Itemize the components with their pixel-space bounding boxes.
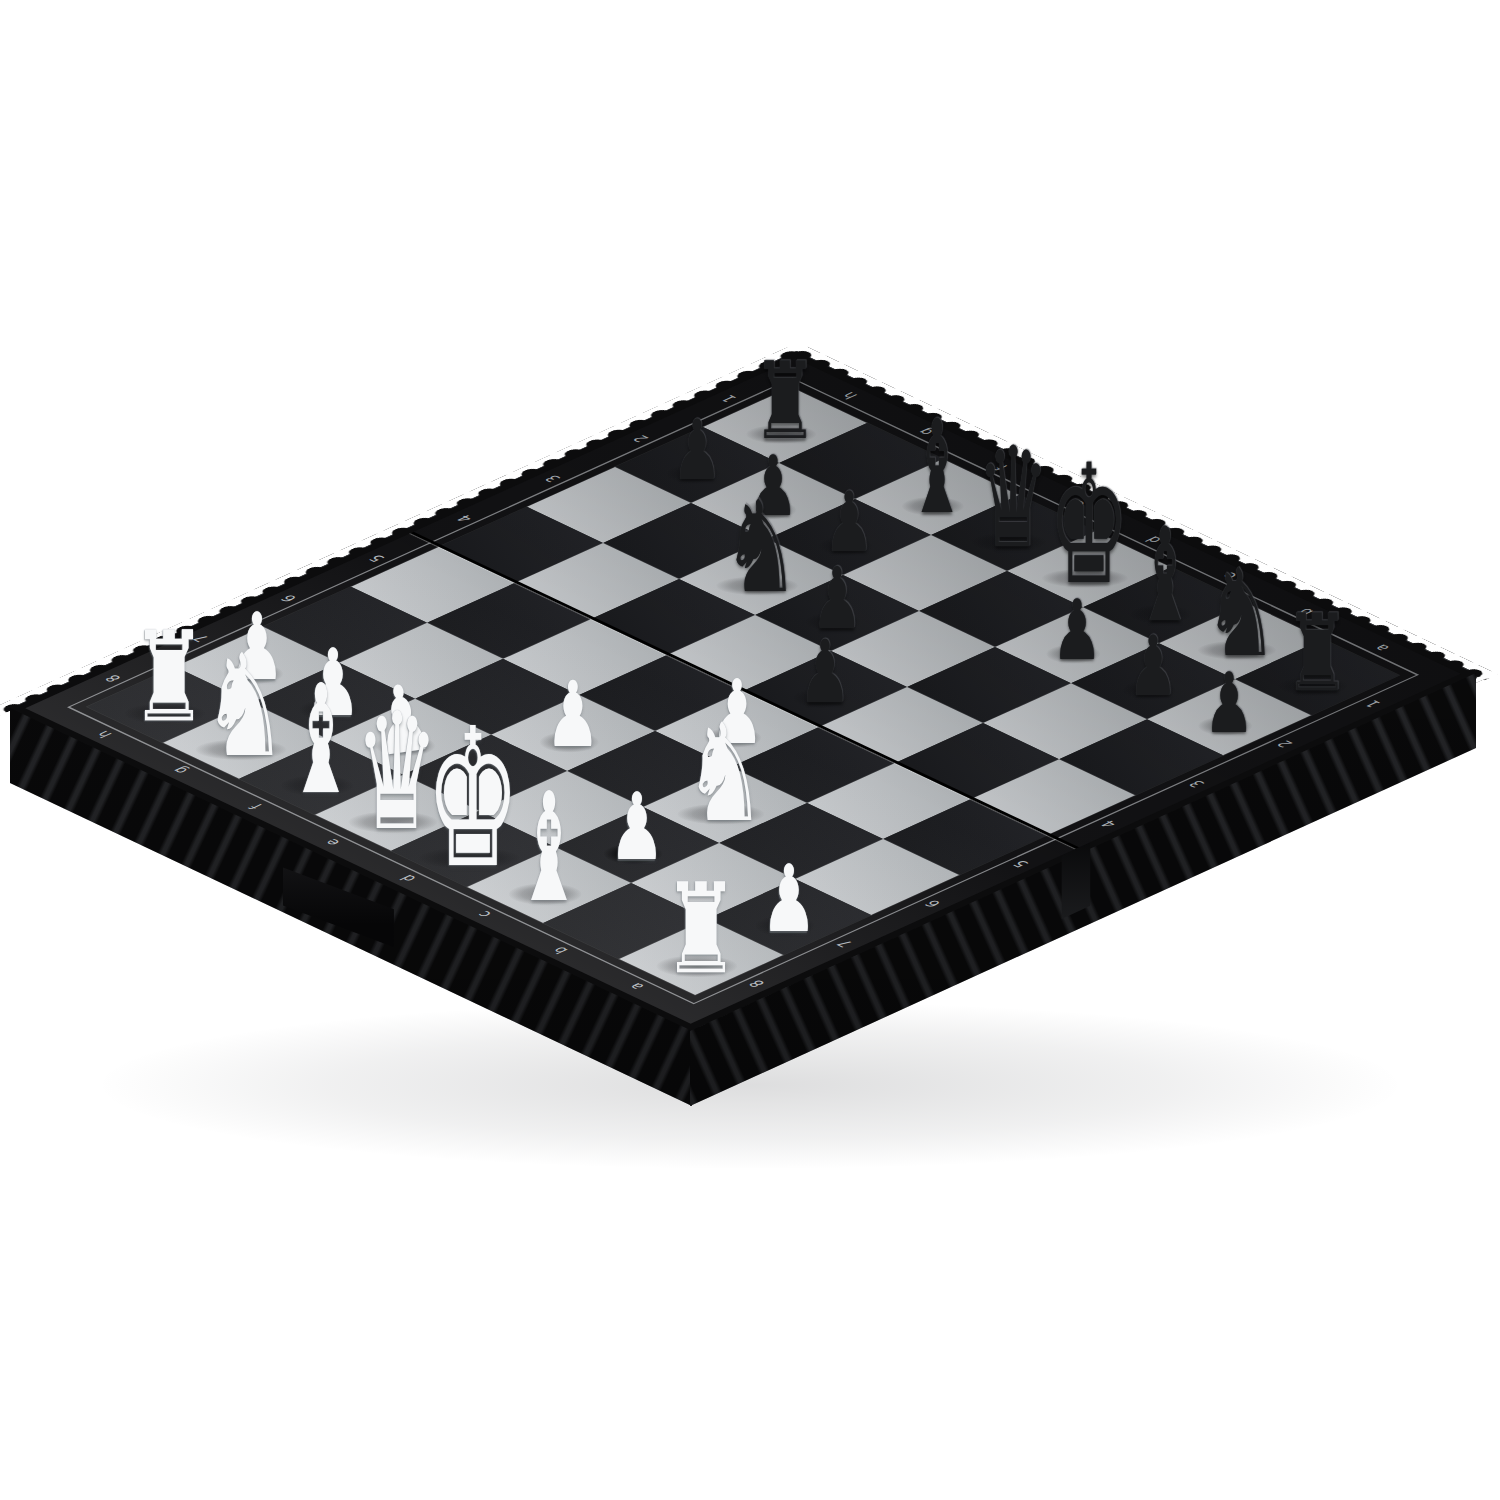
piece-white-pawn-f2[interactable]: ♟ [609, 781, 665, 874]
coord-bottom-h: h [93, 729, 115, 739]
coord-bottom-e: e [322, 837, 344, 847]
piece-white-rook-a1[interactable]: ♜ [131, 614, 208, 738]
piece-white-rook-h1[interactable]: ♜ [663, 867, 740, 991]
coord-bottom-c: c [474, 910, 495, 920]
coord-right-5: 5 [1010, 859, 1032, 869]
coord-right-2: 2 [1274, 739, 1296, 749]
piece-black-pawn-f7[interactable]: ♟ [1052, 589, 1103, 672]
coord-bottom-b: b [549, 945, 571, 955]
coord-left-8: 8 [102, 673, 124, 683]
coord-left-2: 2 [630, 433, 652, 443]
piece-black-knight-c6[interactable]: ♞ [722, 485, 799, 612]
coord-top-a: a [1371, 643, 1393, 653]
piece-black-pawn-e5[interactable]: ♟ [799, 630, 852, 717]
coord-right-7: 7 [834, 939, 856, 949]
coord-right-3: 3 [1186, 779, 1208, 789]
coord-left-5: 5 [366, 553, 388, 563]
piece-white-pawn-d3[interactable]: ♟ [545, 671, 600, 762]
coord-right-6: 6 [922, 899, 944, 909]
coord-bottom-f: f [247, 802, 265, 810]
coord-right-8: 8 [746, 978, 768, 988]
coord-bottom-g: g [169, 765, 191, 775]
coord-left-3: 3 [542, 473, 564, 483]
coord-bottom-d: d [397, 873, 419, 883]
piece-white-king-e1[interactable]: ♚ [426, 702, 521, 894]
piece-black-pawn-h7[interactable]: ♟ [1204, 661, 1255, 744]
piece-white-knight-f3[interactable]: ♞ [684, 705, 766, 840]
coord-right-1: 1 [1362, 699, 1384, 709]
piece-white-bishop-f1[interactable]: ♝ [515, 772, 584, 923]
coord-bottom-a: a [626, 981, 648, 991]
piece-black-rook-h8[interactable]: ♜ [1284, 602, 1350, 709]
product-photo-scene: 11hh22gg33ff44ee55dd66cc77bb88aa ♜♝♛♚♝♞♜… [0, 0, 1500, 1500]
piece-black-queen-d8[interactable]: ♛ [977, 431, 1049, 570]
piece-black-bishop-c8[interactable]: ♝ [908, 402, 967, 531]
piece-white-bishop-c1[interactable]: ♝ [287, 664, 356, 815]
coord-top-h: h [839, 391, 861, 401]
piece-black-pawn-g7[interactable]: ♟ [1128, 625, 1179, 708]
coord-left-4: 4 [454, 513, 476, 523]
piece-black-pawn-a7[interactable]: ♟ [672, 409, 723, 492]
coord-right-4: 4 [1098, 819, 1120, 829]
piece-white-pawn-h2[interactable]: ♟ [761, 853, 817, 946]
piece-white-knight-b1[interactable]: ♞ [202, 636, 288, 777]
